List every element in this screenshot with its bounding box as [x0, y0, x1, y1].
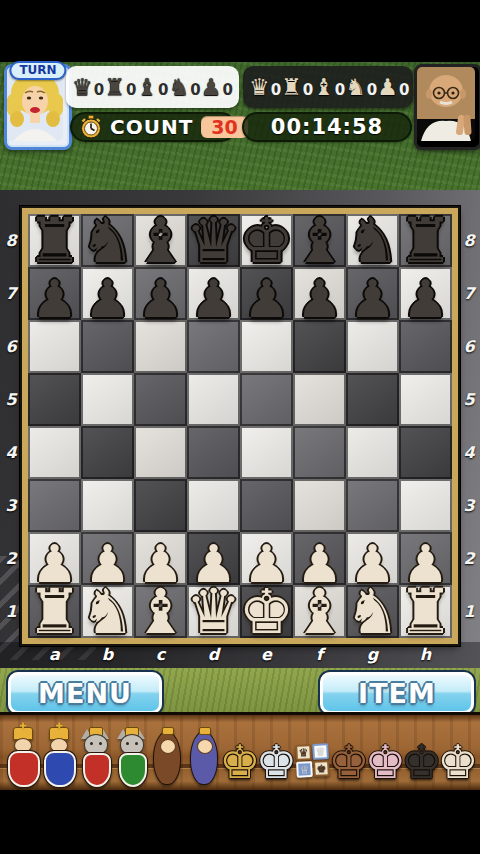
square-d5[interactable] — [187, 373, 240, 426]
player-right-avatar — [414, 64, 480, 150]
count-value: 30 — [201, 116, 247, 138]
piece-glyph: ♞ — [80, 210, 136, 272]
card-tile: ♕ — [296, 761, 313, 778]
piece-glyph: ♛ — [186, 210, 242, 272]
white-knight-b1[interactable]: ♞ — [81, 585, 134, 638]
captured-knight-right: ♞0 — [345, 75, 377, 99]
square-d3[interactable] — [187, 479, 240, 532]
piece-glyph: ♟ — [296, 273, 343, 325]
black-queen-d8[interactable]: ♛ — [187, 214, 240, 267]
black-knight-g8[interactable]: ♞ — [346, 214, 399, 267]
game-timer-bar: 00:14:58 — [242, 112, 412, 142]
glass-king-silver-icon: ♚ — [256, 739, 297, 785]
captured-bishop-right: ♝0 — [313, 75, 345, 99]
king-pink-icon: ♚ — [365, 739, 406, 785]
rank-label-2: 2 — [1, 532, 21, 585]
item-button-label: ITEM — [358, 678, 436, 709]
piece-skin-flat-card-set[interactable]: ♛♕♕♚ — [296, 721, 330, 785]
file-label-e: e — [240, 643, 293, 667]
piece-glyph: ♚ — [239, 210, 295, 272]
square-a4[interactable] — [28, 426, 81, 479]
captured-pawn-count: 0 — [399, 81, 409, 99]
piece-skin-cat-king-green[interactable] — [114, 721, 148, 785]
cat-king-green-icon — [115, 727, 147, 785]
square-g4[interactable] — [346, 426, 399, 479]
rank-label-2: 2 — [459, 532, 479, 585]
black-pawn-f7[interactable]: ♟ — [293, 267, 346, 320]
piece-glyph: ♟ — [349, 273, 396, 325]
rank-label-3: 3 — [459, 479, 479, 532]
menu-button[interactable]: MENU — [8, 672, 162, 714]
square-b5[interactable] — [81, 373, 134, 426]
queen-icon: ♛ — [249, 75, 270, 99]
white-queen-d1[interactable]: ♛ — [187, 585, 240, 638]
rank-label-5: 5 — [1, 373, 21, 426]
piece-glyph: ♜ — [398, 210, 454, 272]
white-knight-g1[interactable]: ♞ — [346, 585, 399, 638]
rook-icon: ♜ — [281, 75, 302, 99]
square-f4[interactable] — [293, 426, 346, 479]
rank-label-7: 7 — [459, 267, 479, 320]
rank-label-7: 7 — [1, 267, 21, 320]
rank-label-1: 1 — [1, 585, 21, 638]
captured-pawn-count: 0 — [222, 81, 232, 99]
item-button[interactable]: ITEM — [320, 672, 474, 714]
file-label-h: h — [399, 643, 452, 667]
square-c5[interactable] — [134, 373, 187, 426]
piece-glyph: ♚ — [239, 581, 295, 643]
bishop-icon: ♝ — [313, 75, 334, 99]
piece-glyph: ♝ — [292, 210, 348, 272]
pawn-icon: ♟ — [201, 75, 222, 99]
piece-skin-tray: ♚♚♛♕♕♚♚♚♚♚ — [0, 712, 480, 790]
card-tile: ♕ — [312, 743, 329, 760]
royal-king-red-icon — [6, 727, 38, 785]
captured-rook-count: 0 — [126, 81, 136, 99]
pawn-icon: ♟ — [377, 75, 398, 99]
piece-skin-cat-king-red[interactable] — [78, 721, 112, 785]
matryoshka-brown-icon — [151, 727, 183, 785]
captured-bishop-count: 0 — [158, 81, 168, 99]
cat-king-red-icon — [79, 727, 111, 785]
bottom-black-bar — [0, 790, 480, 854]
queen-icon: ♛ — [72, 75, 93, 99]
move-count-bar: COUNT 30 — [70, 112, 236, 142]
black-pawn-e7[interactable]: ♟ — [240, 267, 293, 320]
square-e4[interactable] — [240, 426, 293, 479]
captured-rook-left: ♜0 — [104, 75, 136, 99]
piece-glyph: ♟ — [190, 273, 237, 325]
black-pawn-g7[interactable]: ♟ — [346, 267, 399, 320]
black-rook-a8[interactable]: ♜ — [28, 214, 81, 267]
square-g5[interactable] — [346, 373, 399, 426]
flat-card-set-icon: ♛♕♕♚ — [295, 743, 330, 778]
king-bronze-icon: ♚ — [328, 739, 369, 785]
status-bar — [0, 0, 480, 62]
rank-label-3: 3 — [1, 479, 21, 532]
file-label-a: a — [28, 643, 81, 667]
game-screen: TURN ♛0♜0♝0♞0♟0 ♛0♜0♝0♞0♟0 — [0, 0, 480, 854]
captured-knight-left: ♞0 — [169, 75, 201, 99]
piece-glyph: ♛ — [186, 581, 242, 643]
piece-skin-matryoshka-brown[interactable] — [150, 721, 184, 785]
piece-glyph: ♟ — [402, 273, 449, 325]
piece-glyph: ♝ — [133, 210, 189, 272]
square-c3[interactable] — [134, 479, 187, 532]
king-ivory-icon: ♚ — [437, 739, 478, 785]
elder-man-portrait — [417, 67, 475, 141]
stopwatch-icon — [80, 115, 102, 139]
game-timer: 00:14:58 — [271, 115, 383, 139]
file-label-c: c — [134, 643, 187, 667]
captured-pieces-right: ♛0♜0♝0♞0♟0 — [243, 66, 413, 108]
square-c4[interactable] — [134, 426, 187, 479]
bishop-icon: ♝ — [136, 75, 157, 99]
black-bishop-f8[interactable]: ♝ — [293, 214, 346, 267]
white-bishop-c1[interactable]: ♝ — [134, 585, 187, 638]
square-a3[interactable] — [28, 479, 81, 532]
rook-icon: ♜ — [104, 75, 125, 99]
captured-rook-right: ♜0 — [281, 75, 313, 99]
piece-skin-king-bronze[interactable]: ♚ — [332, 721, 366, 785]
square-f3[interactable] — [293, 479, 346, 532]
captured-queen-right: ♛0 — [249, 75, 281, 99]
square-h5[interactable] — [399, 373, 452, 426]
rank-label-5: 5 — [459, 373, 479, 426]
square-g3[interactable] — [346, 479, 399, 532]
captured-bishop-count: 0 — [335, 81, 345, 99]
menu-button-label: MENU — [38, 678, 132, 709]
piece-glyph: ♝ — [133, 581, 189, 643]
square-e5[interactable] — [240, 373, 293, 426]
piece-glyph: ♟ — [84, 273, 131, 325]
piece-skin-matryoshka-blue[interactable] — [187, 721, 221, 785]
square-b4[interactable] — [81, 426, 134, 479]
file-label-d: d — [187, 643, 240, 667]
piece-skin-glass-king-silver[interactable]: ♚ — [259, 721, 293, 785]
black-knight-b8[interactable]: ♞ — [81, 214, 134, 267]
piece-glyph: ♜ — [27, 210, 83, 272]
black-rook-h8[interactable]: ♜ — [399, 214, 452, 267]
piece-glyph: ♟ — [137, 273, 184, 325]
file-label-b: b — [81, 643, 134, 667]
rank-label-8: 8 — [1, 214, 21, 267]
white-king-e1[interactable]: ♚ — [240, 585, 293, 638]
black-pawn-h7[interactable]: ♟ — [399, 267, 452, 320]
white-bishop-f1[interactable]: ♝ — [293, 585, 346, 638]
glass-king-gold-icon: ♚ — [219, 739, 260, 785]
turn-badge: TURN — [9, 61, 66, 80]
rank-label-6: 6 — [459, 320, 479, 373]
king-black-icon: ♚ — [401, 739, 442, 785]
piece-skin-glass-king-gold[interactable]: ♚ — [223, 721, 257, 785]
captured-pieces-left: ♛0♜0♝0♞0♟0 — [66, 66, 239, 108]
piece-skin-king-black[interactable]: ♚ — [405, 721, 439, 785]
file-label-f: f — [293, 643, 346, 667]
captured-pawn-left: ♟0 — [201, 75, 233, 99]
rank-label-1: 1 — [459, 585, 479, 638]
player-left-avatar: TURN — [4, 64, 72, 150]
square-a5[interactable] — [28, 373, 81, 426]
piece-skin-king-ivory[interactable]: ♚ — [441, 721, 475, 785]
captured-queen-left: ♛0 — [72, 75, 104, 99]
black-pawn-a7[interactable]: ♟ — [28, 267, 81, 320]
captured-bishop-left: ♝0 — [136, 75, 168, 99]
captured-queen-count: 0 — [271, 81, 281, 99]
square-f5[interactable] — [293, 373, 346, 426]
square-d4[interactable] — [187, 426, 240, 479]
piece-glyph: ♝ — [292, 581, 348, 643]
captured-rook-count: 0 — [303, 81, 313, 99]
black-pawn-b7[interactable]: ♟ — [81, 267, 134, 320]
black-pawn-d7[interactable]: ♟ — [187, 267, 240, 320]
piece-glyph: ♟ — [31, 273, 78, 325]
count-label: COUNT — [110, 115, 193, 139]
rank-label-8: 8 — [459, 214, 479, 267]
captured-knight-count: 0 — [190, 81, 200, 99]
captured-knight-count: 0 — [367, 81, 377, 99]
piece-glyph: ♞ — [345, 210, 401, 272]
piece-glyph: ♟ — [243, 273, 290, 325]
piece-glyph: ♜ — [27, 581, 83, 643]
piece-glyph: ♞ — [345, 581, 401, 643]
piece-glyph: ♜ — [398, 581, 454, 643]
matryoshka-blue-icon — [188, 727, 220, 785]
black-bishop-c8[interactable]: ♝ — [134, 214, 187, 267]
piece-skin-king-pink[interactable]: ♚ — [368, 721, 402, 785]
piece-glyph: ♞ — [80, 581, 136, 643]
card-tile: ♛ — [295, 744, 312, 761]
captured-pawn-right: ♟0 — [377, 75, 409, 99]
square-h4[interactable] — [399, 426, 452, 479]
square-h3[interactable] — [399, 479, 452, 532]
black-pawn-c7[interactable]: ♟ — [134, 267, 187, 320]
rank-label-4: 4 — [459, 426, 479, 479]
square-b3[interactable] — [81, 479, 134, 532]
captured-queen-count: 0 — [94, 81, 104, 99]
file-label-g: g — [346, 643, 399, 667]
knight-icon: ♞ — [345, 75, 366, 99]
rank-label-6: 6 — [1, 320, 21, 373]
piece-skin-royal-king-blue[interactable] — [41, 721, 75, 785]
royal-king-blue-icon — [42, 727, 74, 785]
white-rook-h1[interactable]: ♜ — [399, 585, 452, 638]
piece-skin-royal-king-red[interactable] — [5, 721, 39, 785]
white-rook-a1[interactable]: ♜ — [28, 585, 81, 638]
black-king-e8[interactable]: ♚ — [240, 214, 293, 267]
knight-icon: ♞ — [169, 75, 190, 99]
rank-label-4: 4 — [1, 426, 21, 479]
square-e3[interactable] — [240, 479, 293, 532]
